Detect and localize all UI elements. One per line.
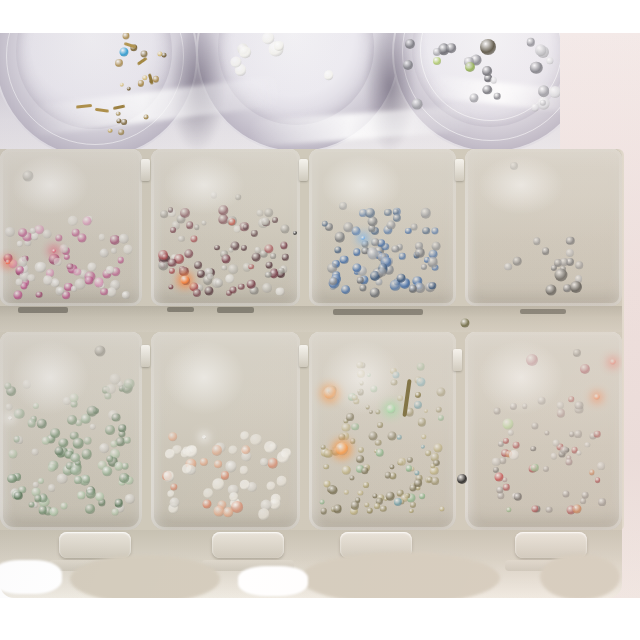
rhinestone	[493, 408, 500, 415]
rhinestone	[234, 226, 241, 233]
rhinestone	[112, 508, 119, 515]
gold-dash	[137, 57, 147, 65]
rhinestone	[397, 435, 401, 439]
compartment-r1c1	[0, 149, 142, 306]
rhinestone	[103, 466, 112, 475]
rhinestone	[171, 483, 178, 490]
rhinestone	[589, 470, 594, 475]
rhinestone	[48, 484, 56, 492]
rhinestone	[77, 233, 86, 242]
rhinestone	[437, 387, 446, 396]
compartment-r2c1	[0, 332, 142, 530]
rhinestone	[335, 232, 345, 242]
rhinestone	[38, 506, 47, 515]
rhinestone	[106, 266, 114, 274]
rhinestone	[240, 466, 248, 474]
rhinestone	[557, 402, 563, 408]
rhinestone	[43, 230, 52, 239]
rhinestone	[562, 490, 569, 497]
rhinestone	[527, 38, 535, 46]
rhinestone	[229, 218, 236, 225]
rhinestone	[138, 80, 144, 86]
rhinestone	[417, 377, 426, 386]
rhinestone	[83, 217, 92, 226]
rhinestone	[510, 403, 516, 409]
rhinestone	[582, 492, 589, 499]
rhinestone	[573, 349, 581, 357]
rhinestone	[377, 268, 386, 277]
rhinestone	[27, 419, 36, 428]
rhinestone	[119, 233, 129, 243]
rhinestone	[514, 493, 522, 501]
hinge-band	[0, 306, 622, 332]
rhinestone	[433, 57, 441, 65]
rhinestone	[258, 509, 270, 521]
rhinestone	[415, 480, 423, 488]
rhinestone	[60, 503, 67, 510]
rhinestone	[212, 445, 222, 455]
rhinestone	[340, 255, 349, 264]
rhinestone	[494, 93, 501, 100]
rhinestone	[143, 76, 148, 81]
rhinestone	[105, 425, 115, 435]
rhinestone	[153, 76, 159, 82]
rhinestone	[95, 492, 105, 502]
rhinestone	[595, 477, 601, 483]
rhinestone	[8, 416, 12, 420]
rhinestone	[68, 216, 78, 226]
rhinestone	[522, 404, 527, 409]
rhinestone	[281, 224, 290, 233]
rhinestone	[99, 444, 109, 454]
rhinestone	[114, 462, 123, 471]
rhinestone	[125, 494, 135, 504]
rhinestone	[164, 471, 174, 481]
rhinestone	[213, 479, 224, 490]
rhinestone	[384, 209, 392, 217]
rhinestone	[221, 471, 229, 479]
rhinestone	[320, 508, 327, 515]
rhinestone	[341, 285, 351, 295]
hinge-slot	[520, 309, 566, 314]
rhinestone	[532, 505, 539, 512]
rhinestone	[167, 490, 174, 497]
rhinestone	[254, 247, 261, 254]
rhinestone	[201, 220, 206, 225]
rhinestone	[410, 502, 416, 508]
latch-tab	[212, 532, 284, 558]
rhinestone	[480, 39, 496, 55]
rhinestone	[186, 221, 194, 229]
rhinestone	[194, 261, 202, 269]
rhinestone	[57, 287, 65, 295]
rhinestone	[321, 445, 326, 450]
rhinestone	[256, 210, 263, 217]
rhinestone	[203, 499, 212, 508]
rhinestone	[352, 423, 360, 431]
rhinestone	[533, 238, 540, 245]
rhinestone	[228, 264, 238, 274]
rhinestone	[9, 449, 18, 458]
rhinestone	[249, 264, 255, 270]
rhinestone	[513, 257, 522, 266]
rhinestone	[407, 457, 413, 463]
rhinestone	[342, 423, 351, 432]
rhinestone	[552, 440, 559, 447]
rhinestone	[267, 481, 276, 490]
rhinestone	[324, 449, 333, 458]
rhinestone	[184, 249, 193, 258]
rhinestone	[276, 287, 285, 296]
rhinestone	[67, 263, 74, 270]
rhinestone	[32, 403, 38, 409]
rhinestone	[165, 449, 175, 459]
rhinestone	[329, 486, 338, 495]
rhinestone	[336, 443, 349, 456]
rhinestone	[546, 506, 553, 513]
rhinestone	[264, 208, 273, 217]
rhinestone	[28, 501, 35, 508]
rhinestone	[238, 283, 244, 289]
compartment-r2c2	[151, 332, 300, 530]
rhinestone	[105, 392, 112, 399]
rhinestone	[52, 249, 56, 253]
gold-dash	[113, 105, 125, 110]
rhinestone	[178, 235, 184, 241]
rhinestone	[555, 269, 568, 282]
rhinestone	[575, 401, 584, 410]
rhinestone	[202, 435, 206, 439]
rhinestone	[41, 437, 49, 445]
rhinestone	[324, 464, 330, 470]
rhinestone	[119, 425, 127, 433]
rhinestone	[546, 57, 553, 64]
rhinestone	[356, 455, 364, 463]
rhinestone	[247, 280, 256, 289]
rhinestone	[597, 462, 605, 470]
compartment-r1c3	[309, 149, 456, 306]
rhinestone	[193, 288, 201, 296]
jar-stack-row	[0, 33, 640, 149]
rhinestone	[376, 449, 384, 457]
rhinestone	[239, 46, 251, 58]
rhinestone	[127, 87, 131, 91]
rhinestone	[112, 413, 121, 422]
rhinestone	[431, 228, 438, 235]
rhinestone	[580, 364, 590, 374]
rhinestone	[399, 253, 405, 259]
top-white-strip	[0, 0, 640, 33]
rhinestone	[543, 466, 549, 472]
latch-tab	[59, 532, 131, 558]
rhinestone	[120, 83, 124, 87]
rhinestone	[344, 490, 348, 494]
rhinestone	[55, 234, 62, 241]
rhinestone	[323, 386, 336, 399]
rhinestone	[159, 261, 168, 270]
rhinestone	[55, 447, 64, 456]
rhinestone	[483, 85, 492, 94]
rhinestone	[433, 444, 442, 453]
rhinestone	[199, 458, 207, 466]
rhinestone	[43, 275, 53, 285]
rhinestone	[566, 458, 573, 465]
rhinestone	[573, 504, 582, 513]
rhinestone	[397, 274, 406, 283]
rhinestone	[169, 497, 180, 508]
rhinestone	[53, 257, 62, 266]
hinge-slot	[18, 307, 68, 313]
rhinestone	[324, 71, 334, 81]
rhinestone	[276, 476, 287, 487]
rhinestone	[566, 249, 574, 257]
rhinestone	[570, 281, 582, 293]
rhinestone	[272, 217, 278, 223]
rhinestone	[168, 284, 173, 289]
rhinestone	[124, 437, 130, 443]
rhinestone	[228, 445, 237, 454]
rhinestone	[36, 291, 43, 298]
rhinestone	[393, 371, 400, 378]
jar-contents-layer	[0, 33, 640, 149]
rhinestone	[6, 403, 13, 410]
rhinestone	[532, 104, 539, 111]
rhinestone	[509, 450, 519, 460]
rhinestone	[569, 431, 575, 437]
rhinestone	[168, 432, 178, 442]
case-bottom-shadow	[70, 555, 220, 603]
compartment-r1c2	[151, 149, 300, 306]
rhinestone	[31, 233, 39, 241]
rhinestone	[421, 445, 425, 449]
rhinestone	[508, 430, 514, 436]
rhinestone	[228, 248, 233, 253]
rhinestone	[363, 482, 369, 488]
case-row-2	[0, 332, 622, 530]
rhinestone	[504, 263, 512, 271]
rhinestone	[260, 459, 268, 467]
rhinestone	[414, 401, 422, 409]
lid-clasp	[299, 159, 308, 181]
hinge-slot	[333, 309, 423, 315]
rhinestone	[394, 498, 402, 506]
rhinestone	[342, 466, 350, 474]
rhinestone	[264, 441, 276, 453]
rhinestone	[470, 93, 479, 102]
rhinestone	[22, 380, 30, 388]
rhinestone	[365, 208, 375, 218]
rhinestone	[186, 446, 197, 457]
rhinestone	[48, 464, 56, 472]
rhinestone	[236, 194, 241, 199]
rhinestone	[542, 247, 550, 255]
rhinestone	[402, 60, 412, 70]
rhinestone	[162, 53, 167, 58]
rhinestone	[23, 170, 34, 181]
rhinestone	[370, 386, 377, 393]
rhinestone	[418, 418, 426, 426]
rhinestone	[398, 458, 406, 466]
rhinestone	[107, 287, 117, 297]
rhinestone	[168, 258, 177, 267]
rhinestone	[419, 493, 425, 499]
rhinestone	[421, 264, 427, 270]
lid-clasp	[455, 159, 464, 181]
rhinestone	[123, 33, 130, 40]
rhinestone	[375, 503, 381, 509]
rhinestone	[118, 130, 124, 136]
rhinestone	[13, 436, 20, 443]
rhinestone	[215, 279, 223, 287]
rhinestone	[81, 449, 92, 460]
rhinestone	[214, 245, 220, 251]
rhinestone	[320, 500, 325, 505]
rhinestone	[531, 464, 539, 472]
rhinestone	[204, 488, 214, 498]
rhinestone	[16, 241, 22, 247]
white-notch-mid	[238, 566, 308, 596]
rhinestone	[122, 119, 128, 125]
rhinestone	[281, 242, 288, 249]
rhinestone	[123, 245, 132, 254]
rhinestone	[95, 345, 106, 356]
rhinestone	[392, 245, 399, 252]
rhinestone	[365, 405, 370, 410]
rhinestone	[144, 115, 149, 120]
rhinestone	[270, 253, 276, 259]
rhinestone	[369, 410, 373, 414]
rhinestone	[14, 491, 22, 499]
rhinestone	[410, 224, 417, 231]
rhinestone	[117, 257, 123, 263]
rhinestone	[266, 262, 273, 269]
rhinestone	[367, 216, 378, 227]
rhinestone	[230, 287, 237, 294]
rhinestone	[409, 509, 413, 513]
rhinestone	[510, 162, 518, 170]
rhinestone	[50, 428, 60, 438]
rhinestone	[180, 275, 189, 284]
rhinestone	[182, 464, 192, 474]
rhinestone	[405, 39, 415, 49]
rhinestone	[389, 464, 394, 469]
rhinestone	[339, 202, 347, 210]
rhinestone	[225, 461, 236, 472]
rhinestone	[425, 450, 431, 456]
rhinestone	[424, 409, 428, 413]
rhinestone	[437, 415, 443, 421]
rhinestone	[94, 278, 103, 287]
rhinestone	[369, 287, 379, 297]
compartment-r2c3	[309, 332, 456, 530]
rhinestone	[375, 440, 381, 446]
rhinestone	[351, 501, 359, 509]
rhinestone	[465, 62, 475, 72]
rhinestone	[531, 423, 538, 430]
rhinestone	[367, 508, 373, 514]
rhinestone	[15, 278, 22, 285]
rhinestone	[37, 418, 47, 428]
rhinestone	[353, 249, 360, 256]
rhinestone	[376, 410, 381, 415]
rhinestone	[569, 397, 574, 402]
rhinestone	[229, 492, 239, 502]
rhinestone	[111, 248, 117, 254]
compartment-r1c4	[465, 149, 622, 306]
rhinestone	[386, 492, 395, 501]
rhinestone	[191, 235, 198, 242]
rhinestone	[503, 418, 514, 429]
rhinestone	[214, 460, 222, 468]
rhinestone	[110, 440, 117, 447]
rhinestone	[574, 430, 582, 438]
gold-dash	[95, 108, 109, 112]
rhinestone	[610, 359, 616, 365]
rhinestone	[333, 505, 342, 514]
rhinestone	[89, 424, 96, 431]
rhinestone	[367, 373, 371, 377]
rhinestone	[73, 438, 84, 449]
rhinestone	[415, 247, 425, 257]
rhinestone	[265, 244, 274, 253]
rhinestone	[100, 249, 109, 258]
rhinestone	[359, 381, 364, 386]
rhinestone	[490, 77, 497, 84]
rhinestone	[421, 434, 426, 439]
rhinestone	[513, 442, 520, 449]
rhinestone	[110, 373, 121, 384]
lid-clasp	[299, 345, 308, 367]
rhinestone	[557, 409, 565, 417]
rhinestone	[560, 446, 568, 454]
rhinestone	[503, 438, 509, 444]
rhinestone	[83, 436, 92, 445]
rhinestone	[194, 225, 199, 230]
photo-rhinestone-organizer	[0, 0, 640, 640]
rhinestone	[361, 236, 365, 240]
rhinestone	[169, 268, 175, 274]
rhinestone	[594, 431, 601, 438]
rhinestone	[87, 262, 96, 271]
rhinestone	[334, 247, 341, 254]
rhinestone	[282, 254, 288, 260]
rhinestone	[170, 227, 176, 233]
rhinestone	[82, 475, 90, 483]
rhinestone	[538, 85, 550, 97]
rhinestone	[495, 472, 504, 481]
gold-dash	[76, 104, 92, 108]
rhinestone	[115, 59, 123, 67]
rhinestone	[241, 245, 247, 251]
rhinestone	[560, 258, 568, 266]
rhinestone	[423, 227, 431, 235]
rhinestone	[221, 265, 227, 271]
case-row-1	[0, 149, 622, 306]
rhinestone	[535, 45, 547, 57]
rhinestone	[580, 499, 586, 505]
rhinestone	[386, 405, 395, 414]
rhinestone	[100, 288, 108, 296]
rhinestone	[124, 378, 135, 389]
rhinestone	[433, 48, 441, 56]
white-notch-left	[0, 560, 62, 594]
rhinestone	[350, 438, 355, 443]
rhinestone	[436, 406, 442, 412]
rhinestone	[391, 379, 398, 386]
rhinestone	[219, 206, 228, 215]
rhinestone	[377, 422, 383, 428]
rhinestone	[252, 252, 261, 261]
